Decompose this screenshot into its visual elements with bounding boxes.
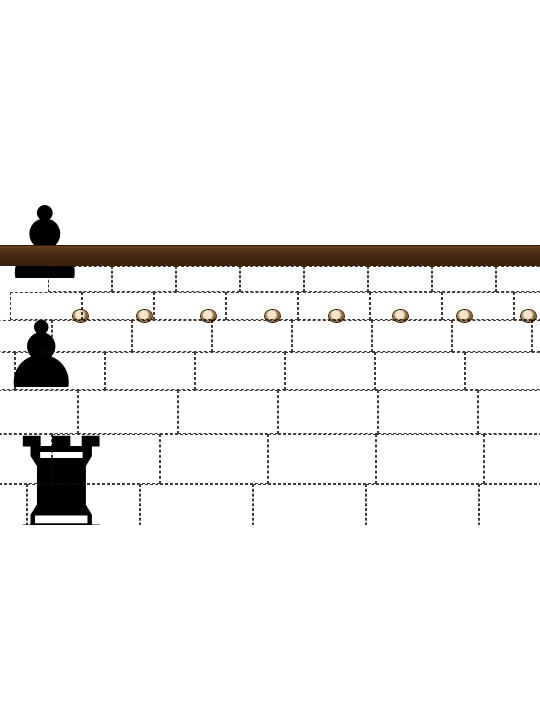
square-r5c5-light	[376, 434, 484, 484]
square-r3c3-light	[195, 352, 285, 390]
square-r1c2-dark	[154, 292, 226, 320]
chess-set-photo: ♟♟♜♟♟♞♟♟♞♟♟♟♟♟♝♟♟♟	[0, 0, 540, 720]
square-r1c1-light	[82, 292, 154, 320]
square-r5c4-dark	[268, 434, 376, 484]
square-r1c6-dark	[442, 292, 514, 320]
board-row-4	[0, 390, 540, 434]
square-r2c2-light	[132, 320, 212, 352]
square-r2c7-dark	[532, 320, 540, 352]
square-r3c0-dark	[0, 352, 15, 390]
square-r5c1-light	[0, 434, 52, 484]
board-back-rail	[0, 245, 540, 266]
square-r0c2-light	[176, 266, 240, 292]
square-r3c2-dark	[105, 352, 195, 390]
square-r2c4-light	[292, 320, 372, 352]
board-row-0	[48, 266, 540, 292]
square-r1c0-dark	[10, 292, 82, 320]
square-r1c3-light	[226, 292, 298, 320]
square-r6c5-dark	[366, 484, 479, 525]
square-r1c4-dark	[298, 292, 370, 320]
square-r0c5-dark	[368, 266, 432, 292]
square-r4c6-light	[478, 390, 540, 434]
square-r1c7-light	[514, 292, 540, 320]
board-row-2	[0, 320, 540, 352]
board-row-5	[0, 434, 540, 484]
square-r0c3-dark	[240, 266, 304, 292]
square-r6c2-light	[27, 484, 140, 525]
square-r6c3-dark	[140, 484, 253, 525]
board-row-6	[0, 484, 540, 525]
square-r3c6-dark	[465, 352, 540, 390]
square-r2c5-dark	[372, 320, 452, 352]
square-r4c1-dark	[0, 390, 78, 434]
square-r3c4-dark	[285, 352, 375, 390]
board-row-3	[0, 352, 540, 390]
square-r0c1-dark	[112, 266, 176, 292]
square-r3c5-light	[375, 352, 465, 390]
square-r0c6-light	[432, 266, 496, 292]
board-row-1	[10, 292, 540, 320]
square-r0c7-dark	[496, 266, 540, 292]
board-photo-stage: ♟♟♜♟♟♞♟♟♞♟♟♟♟♟♝♟♟♟	[0, 185, 540, 525]
square-r3c1-light	[15, 352, 105, 390]
square-r6c1-dark	[0, 484, 27, 525]
square-r0c0-light	[48, 266, 112, 292]
square-r6c4-light	[253, 484, 366, 525]
square-r4c2-light	[78, 390, 178, 434]
square-r2c1-dark	[52, 320, 132, 352]
square-r5c3-light	[160, 434, 268, 484]
square-r0c4-light	[304, 266, 368, 292]
square-r5c6-dark	[484, 434, 540, 484]
square-r5c2-dark	[52, 434, 160, 484]
square-r1c5-light	[370, 292, 442, 320]
square-r4c3-dark	[178, 390, 278, 434]
square-r4c4-light	[278, 390, 378, 434]
square-r2c6-light	[452, 320, 532, 352]
square-r2c0-light	[0, 320, 52, 352]
square-r4c5-dark	[378, 390, 478, 434]
square-r6c6-light	[479, 484, 540, 525]
square-r2c3-dark	[212, 320, 292, 352]
